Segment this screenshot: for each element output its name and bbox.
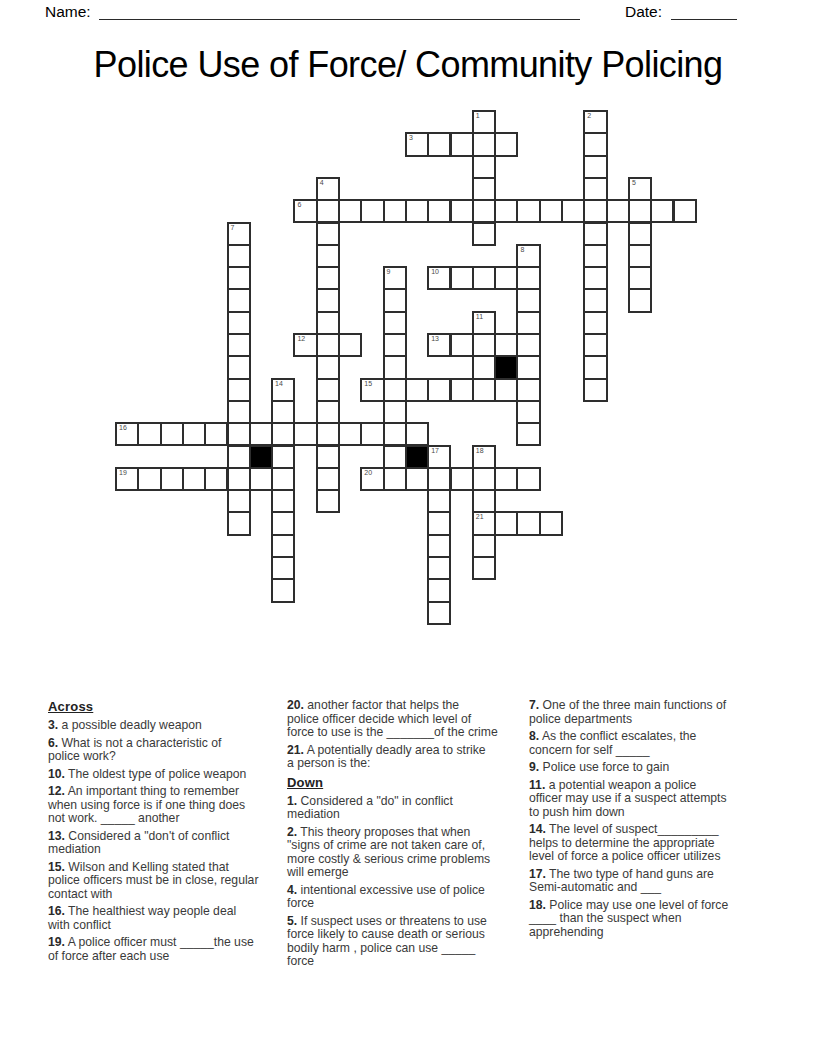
grid-cell[interactable] [383,378,407,402]
clue-number: 20 [364,469,372,477]
clue-text: The healthiest way people deal with conf… [48,904,236,932]
grid-cell[interactable] [227,445,251,469]
grid-cell[interactable] [583,355,607,379]
clue-number-label: 6. [48,736,58,750]
grid-cell[interactable] [316,266,340,290]
grid-cell[interactable] [450,378,474,402]
grid-cell[interactable] [204,422,228,446]
grid-cell[interactable] [516,333,540,357]
grid-cell[interactable] [583,288,607,312]
clue-number-label: 20. [287,698,304,712]
clue-number: 11 [476,313,483,321]
grid-cell[interactable] [137,467,161,491]
clue-number-label: 3. [48,718,58,732]
clue-number-label: 5. [287,914,297,928]
clue-number: 5 [632,179,636,187]
clue-number: 7 [231,224,235,232]
grid-cell[interactable] [316,311,340,335]
clue-number: 13 [431,335,439,343]
grid-cell[interactable] [472,132,496,156]
across-clue-6: 6. What is not a characteristic of polic… [48,737,288,764]
clue-text: As the conflict escalates, the concern f… [529,729,696,757]
clue-number: 2 [587,112,591,120]
down-clue-11: 11. a potential weapon a police officer … [529,779,769,820]
grid-cell[interactable]: 6 [293,199,317,223]
grid-cell[interactable] [539,511,563,535]
down-heading: Down [287,775,527,790]
grid-cell[interactable] [427,578,451,602]
grid-cell[interactable] [472,222,496,246]
grid-cell[interactable] [427,601,451,625]
grid-cell[interactable] [338,422,362,446]
grid-cell[interactable]: 16 [115,422,139,446]
grid-cell[interactable] [516,199,540,223]
grid-cell[interactable] [472,155,496,179]
clue-text: A police officer must _____the use of fo… [48,935,254,963]
grid-cell[interactable]: 20 [360,467,384,491]
clue-text: A potentially deadly area to strike a pe… [287,743,486,771]
grid-cell[interactable] [405,199,429,223]
grid-cell[interactable] [271,556,295,580]
grid-cell[interactable] [472,556,496,580]
clue-column-2: 20. another factor that helps the police… [287,699,527,973]
grid-cell[interactable] [583,199,607,223]
grid-cell[interactable] [516,511,540,535]
grid-cell[interactable] [405,422,429,446]
grid-cell[interactable] [427,378,451,402]
grid-cell[interactable] [160,422,184,446]
grid-cell[interactable] [383,333,407,357]
grid-cell[interactable] [271,400,295,424]
across-clue-16: 16. The healthiest way people deal with … [48,905,288,932]
grid-cell[interactable] [583,132,607,156]
grid-cell[interactable] [606,199,630,223]
grid-cell[interactable] [494,266,518,290]
grid-cell[interactable] [316,467,340,491]
grid-cell[interactable] [316,244,340,268]
grid-cell[interactable] [271,467,295,491]
grid-cell[interactable] [516,288,540,312]
down-clue-9: 9. Police use force to gain [529,761,769,775]
grid-cell[interactable] [227,355,251,379]
clue-text: Police use force to gain [539,760,669,774]
grid-cell[interactable]: 19 [115,467,139,491]
clue-text: another factor that helps the police off… [287,698,498,739]
grid-cell[interactable]: 9 [383,266,407,290]
clue-number: 12 [297,335,305,343]
grid-cell[interactable]: 5 [628,177,652,201]
grid-cell[interactable] [516,355,540,379]
name-blank-line[interactable] [99,2,580,20]
grid-cell[interactable] [427,199,451,223]
grid-cell[interactable]: 15 [360,378,384,402]
clue-text: a possible deadly weapon [58,718,202,732]
clue-number-label: 16. [48,904,65,918]
grid-cell[interactable]: 11 [472,311,496,335]
grid-cell[interactable] [673,199,697,223]
grid-cell[interactable] [516,378,540,402]
clue-number-label: 7. [529,698,539,712]
grid-cell[interactable]: 2 [583,110,607,134]
down-clue-14: 14. The level of suspect_________ helps … [529,823,769,864]
across-clue-21: 21. A potentially deadly area to strike … [287,744,527,771]
grid-cell[interactable] [383,400,407,424]
clue-number-label: 8. [529,729,539,743]
grid-cell[interactable] [227,311,251,335]
grid-cell[interactable]: 21 [472,511,496,535]
clue-number: 9 [387,268,391,276]
grid-cell[interactable] [249,467,273,491]
grid-cell[interactable] [427,556,451,580]
down-clue-18: 18. Police may use one level of force __… [529,899,769,940]
grid-cell[interactable] [472,199,496,223]
grid-cell[interactable]: 10 [427,266,451,290]
grid-cell[interactable] [450,266,474,290]
clue-number: 10 [431,268,439,276]
clue-number: 4 [320,179,324,187]
grid-cell[interactable]: 18 [472,445,496,469]
grid-cell[interactable] [650,199,674,223]
grid-cell[interactable] [316,445,340,469]
clue-text: If suspect uses or threatens to use forc… [287,914,487,969]
clue-text: Considered a "don't of conflict mediatio… [48,829,229,857]
clue-number-label: 14. [529,822,546,836]
grid-cell[interactable] [227,400,251,424]
grid-cell[interactable] [293,422,317,446]
across-clue-12: 12. An important thing to remember when … [48,785,288,826]
grid-cell[interactable] [405,467,429,491]
clue-number: 1 [476,112,480,120]
grid-cell[interactable] [427,467,451,491]
clue-column-3: 7. One of the three main functions of po… [529,699,769,943]
clue-text: a potential weapon a police officer may … [529,778,727,819]
across-clue-13: 13. Considered a "don't of conflict medi… [48,830,288,857]
clue-number: 15 [364,380,372,388]
clue-number-label: 19. [48,935,65,949]
grid-cell[interactable] [583,311,607,335]
grid-cell[interactable] [494,333,518,357]
clue-number-label: 2. [287,825,297,839]
clue-number-label: 11. [529,778,545,792]
grid-cell[interactable] [494,132,518,156]
grid-cell[interactable] [271,534,295,558]
crossword-grid: 123456789101112131415161718192021 [115,110,699,627]
clue-number-label: 13. [48,829,65,843]
down-clue-5: 5. If suspect uses or threatens to use f… [287,915,527,969]
clue-number-label: 1. [287,794,297,808]
name-label: Name: [45,3,91,21]
grid-cell[interactable] [249,422,273,446]
grid-cell[interactable] [271,511,295,535]
grid-cell[interactable] [628,288,652,312]
grid-cell[interactable] [383,422,407,446]
grid-cell[interactable] [516,311,540,335]
grid-cell[interactable] [472,355,496,379]
grid-cell[interactable] [628,199,652,223]
grid-cell[interactable] [227,489,251,513]
clue-column-1: Across3. a possible deadly weapon6. What… [48,699,288,967]
grid-cell[interactable] [450,333,474,357]
black-cell [249,445,273,469]
grid-cell[interactable] [227,511,251,535]
grid-cell[interactable] [204,467,228,491]
across-heading: Across [48,699,288,714]
grid-cell[interactable] [405,378,429,402]
down-clue-4: 4. intentional excessive use of police f… [287,884,527,911]
grid-cell[interactable] [383,311,407,335]
grid-cell[interactable]: 8 [516,244,540,268]
across-clue-19: 19. A police officer must _____the use o… [48,936,288,963]
grid-cell[interactable] [316,333,340,357]
clue-text: intentional excessive use of police forc… [287,883,485,911]
grid-cell[interactable] [539,199,563,223]
grid-cell[interactable]: 13 [427,333,451,357]
clue-number-label: 9. [529,760,539,774]
grid-cell[interactable] [316,199,340,223]
grid-cell[interactable] [383,288,407,312]
across-clue-10: 10. The oldest type of police weapon [48,768,288,782]
grid-cell[interactable]: 17 [427,445,451,469]
grid-cell[interactable] [516,422,540,446]
grid-cell[interactable]: 1 [472,110,496,134]
grid-cell[interactable] [583,378,607,402]
down-clue-8: 8. As the conflict escalates, the concer… [529,730,769,757]
grid-cell[interactable] [427,534,451,558]
clue-text: This theory proposes that when "signs of… [287,825,490,880]
grid-cell[interactable] [427,132,451,156]
grid-cell[interactable] [227,422,251,446]
clue-number: 8 [520,246,524,254]
grid-cell[interactable] [316,422,340,446]
date-blank-line[interactable] [671,2,737,20]
grid-cell[interactable] [561,199,585,223]
grid-cell[interactable] [583,155,607,179]
grid-cell[interactable]: 14 [271,378,295,402]
grid-cell[interactable] [227,467,251,491]
grid-cell[interactable] [450,199,474,223]
clue-number: 19 [119,469,127,477]
grid-cell[interactable] [227,288,251,312]
grid-cell[interactable] [628,222,652,246]
clue-text: The level of suspect_________ helps to d… [529,822,720,863]
clue-text: Police may use one level of force ____ t… [529,898,728,939]
grid-cell[interactable] [472,489,496,513]
grid-cell[interactable]: 3 [405,132,429,156]
clue-text: An important thing to remember when usin… [48,784,245,825]
grid-cell[interactable] [383,445,407,469]
clue-number-label: 4. [287,883,297,897]
grid-cell[interactable] [583,222,607,246]
grid-cell[interactable] [472,534,496,558]
grid-cell[interactable] [271,445,295,469]
grid-cell[interactable] [450,132,474,156]
grid-cell[interactable] [583,266,607,290]
grid-cell[interactable] [338,333,362,357]
grid-cell[interactable] [316,288,340,312]
grid-cell[interactable] [182,467,206,491]
grid-cell[interactable]: 12 [293,333,317,357]
clue-number-label: 12. [48,784,65,798]
grid-cell[interactable] [516,467,540,491]
across-clue-3: 3. a possible deadly weapon [48,719,288,733]
clue-number-label: 18. [529,898,546,912]
grid-cell[interactable] [227,244,251,268]
grid-cell[interactable] [427,489,451,513]
down-clue-2: 2. This theory proposes that when "signs… [287,826,527,880]
grid-cell[interactable] [472,333,496,357]
down-clue-17: 17. The two type of hand guns are Semi-a… [529,868,769,895]
clue-text: The two type of hand guns are Semi-autom… [529,867,714,895]
clue-number: 6 [297,201,301,209]
grid-cell[interactable] [516,400,540,424]
grid-cell[interactable] [583,333,607,357]
clue-text: What is not a characteristic of police w… [48,736,221,764]
grid-cell[interactable] [182,422,206,446]
clue-number-label: 15. [48,860,65,874]
black-cell [494,355,518,379]
clue-text: One of the three main functions of polic… [529,698,726,726]
date-label: Date: [625,3,662,21]
grid-cell[interactable] [271,422,295,446]
clue-number-label: 10. [48,767,65,781]
grid-cell[interactable] [316,222,340,246]
grid-cell[interactable] [450,467,474,491]
grid-cell[interactable] [360,422,384,446]
grid-cell[interactable] [494,511,518,535]
grid-cell[interactable] [472,467,496,491]
grid-cell[interactable] [271,489,295,513]
clue-number: 18 [476,447,484,455]
clue-number: 16 [119,424,127,432]
grid-cell[interactable] [383,467,407,491]
grid-cell[interactable] [227,333,251,357]
grid-cell[interactable] [316,378,340,402]
clue-number: 17 [431,447,439,455]
grid-cell[interactable] [316,400,340,424]
grid-cell[interactable] [227,378,251,402]
clue-text: The oldest type of police weapon [65,767,246,781]
grid-cell[interactable] [472,378,496,402]
clue-text: Wilson and Kelling stated that police of… [48,860,258,901]
grid-cell[interactable] [583,177,607,201]
clue-number: 21 [476,513,484,521]
down-clue-1: 1. Considered a "do" in conflict mediati… [287,795,527,822]
grid-cell[interactable]: 4 [316,177,340,201]
grid-cell[interactable] [383,199,407,223]
clue-number-label: 17. [529,867,546,881]
grid-cell[interactable] [583,244,607,268]
across-clue-20: 20. another factor that helps the police… [287,699,527,740]
grid-cell[interactable] [628,244,652,268]
down-clue-7: 7. One of the three main functions of po… [529,699,769,726]
clue-number: 3 [409,134,413,142]
grid-cell[interactable] [160,467,184,491]
grid-cell[interactable] [427,511,451,535]
grid-cell[interactable] [494,199,518,223]
grid-cell[interactable] [494,467,518,491]
black-cell [405,445,429,469]
grid-cell[interactable] [316,355,340,379]
clue-text: Considered a "do" in conflict mediation [287,794,453,822]
grid-cell[interactable] [271,578,295,602]
grid-cell[interactable] [628,266,652,290]
grid-cell[interactable] [516,266,540,290]
clue-number: 14 [275,380,283,388]
grid-cell[interactable] [338,199,362,223]
grid-cell[interactable] [360,199,384,223]
grid-cell[interactable]: 7 [227,222,251,246]
puzzle-title: Police Use of Force/ Community Policing [0,44,816,86]
grid-cell[interactable] [472,177,496,201]
grid-cell[interactable] [383,355,407,379]
clue-number-label: 21. [287,743,304,757]
grid-cell[interactable] [494,378,518,402]
grid-cell[interactable] [137,422,161,446]
across-clue-15: 15. Wilson and Kelling stated that polic… [48,861,288,902]
grid-cell[interactable] [316,489,340,513]
grid-cell[interactable] [472,266,496,290]
grid-cell[interactable] [227,266,251,290]
